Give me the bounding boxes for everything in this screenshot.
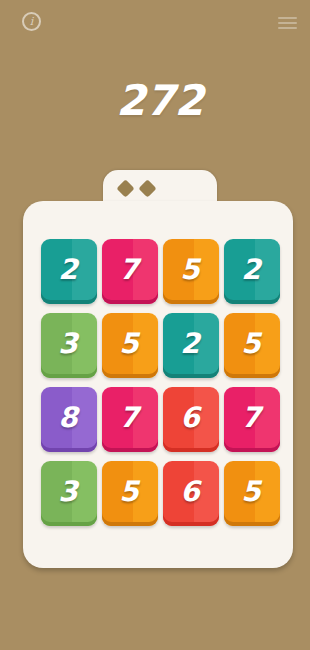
tile-r1c1-2[interactable]: 2 [41, 239, 97, 304]
tile-value: 7 [119, 253, 140, 291]
tile-r3c1-8[interactable]: 8 [41, 387, 97, 452]
tile-value: 8 [58, 401, 79, 439]
tab-dot-icon [116, 179, 134, 197]
tile-value: 2 [180, 327, 201, 365]
game-screen: i 272 2752352587673565 [10, 0, 310, 650]
tile-r2c3-2[interactable]: 2 [163, 313, 219, 378]
tile-value: 7 [241, 401, 262, 439]
tile-value: 3 [58, 475, 79, 513]
info-button[interactable]: i [22, 12, 41, 31]
hamburger-line [278, 17, 297, 19]
score-display: 272 [10, 76, 310, 125]
tile-r2c4-5[interactable]: 5 [224, 313, 280, 378]
tile-r4c1-3[interactable]: 3 [41, 461, 97, 526]
tab-dot-icon [138, 179, 156, 197]
tile-r3c3-6[interactable]: 6 [163, 387, 219, 452]
tile-value: 2 [241, 253, 262, 291]
hamburger-menu-button[interactable] [278, 17, 297, 29]
tile-value: 5 [180, 253, 201, 291]
tile-grid: 2752352587673565 [41, 239, 280, 526]
hamburger-line [278, 27, 297, 29]
tile-r2c1-3[interactable]: 3 [41, 313, 97, 378]
tile-r3c4-7[interactable]: 7 [224, 387, 280, 452]
tile-r3c2-7[interactable]: 7 [102, 387, 158, 452]
tile-r1c4-2[interactable]: 2 [224, 239, 280, 304]
tile-value: 5 [119, 475, 140, 513]
tile-value: 6 [180, 475, 201, 513]
board-panel: 2752352587673565 [23, 201, 293, 568]
tile-r4c3-6[interactable]: 6 [163, 461, 219, 526]
hamburger-line [278, 22, 297, 24]
tile-value: 7 [119, 401, 140, 439]
tile-value: 5 [241, 475, 262, 513]
info-icon: i [30, 16, 34, 27]
tile-value: 2 [58, 253, 79, 291]
tile-r1c2-7[interactable]: 7 [102, 239, 158, 304]
tile-r4c4-5[interactable]: 5 [224, 461, 280, 526]
tile-value: 6 [180, 401, 201, 439]
tile-r2c2-5[interactable]: 5 [102, 313, 158, 378]
tile-value: 5 [241, 327, 262, 365]
tile-value: 5 [119, 327, 140, 365]
tile-r4c2-5[interactable]: 5 [102, 461, 158, 526]
tile-r1c3-5[interactable]: 5 [163, 239, 219, 304]
tile-value: 3 [58, 327, 79, 365]
